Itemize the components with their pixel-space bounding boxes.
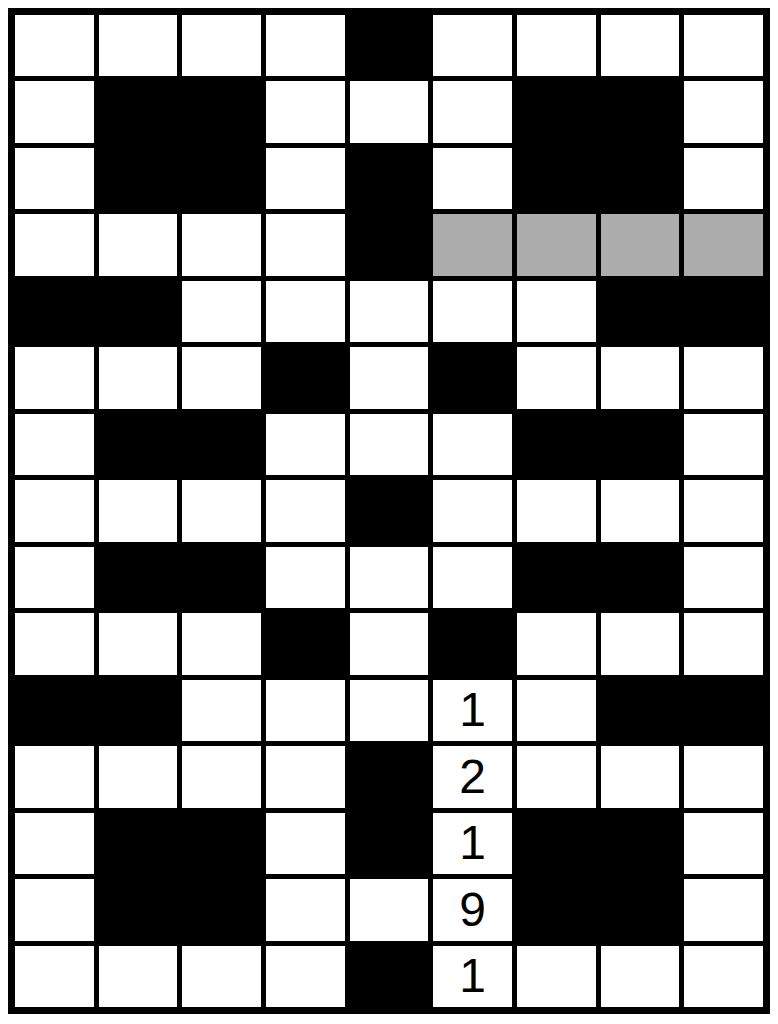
cell-r8c7[interactable]: [517, 480, 596, 541]
cell-r4c1[interactable]: [15, 214, 94, 275]
cell-r2c2: [99, 81, 178, 142]
cell-r15c7[interactable]: [517, 946, 596, 1007]
cell-r7c9[interactable]: [684, 414, 763, 475]
cell-r12c9[interactable]: [684, 746, 763, 807]
cell-r10c9[interactable]: [684, 613, 763, 674]
cell-r6c5[interactable]: [350, 347, 429, 408]
cell-r5c4[interactable]: [266, 281, 345, 342]
cell-r15c3[interactable]: [182, 946, 261, 1007]
cell-r15c8[interactable]: [601, 946, 680, 1007]
cell-r5c3[interactable]: [182, 281, 261, 342]
cell-r11c7[interactable]: [517, 680, 596, 741]
cell-r12c1[interactable]: [15, 746, 94, 807]
cell-r14c2: [99, 879, 178, 940]
cell-r3c8: [601, 148, 680, 209]
cell-r15c4[interactable]: [266, 946, 345, 1007]
cell-r13c6[interactable]: 1: [433, 813, 512, 874]
cell-r7c3: [182, 414, 261, 475]
cell-r3c2: [99, 148, 178, 209]
cell-r1c7[interactable]: [517, 15, 596, 76]
cell-r7c5[interactable]: [350, 414, 429, 475]
cell-r6c9[interactable]: [684, 347, 763, 408]
cell-r5c2: [99, 281, 178, 342]
cell-r6c4: [266, 347, 345, 408]
crossword-grid: 12191: [8, 8, 770, 1014]
cell-r6c8[interactable]: [601, 347, 680, 408]
cell-r13c2: [99, 813, 178, 874]
cell-r14c1[interactable]: [15, 879, 94, 940]
cell-r15c5: [350, 946, 429, 1007]
cell-r4c4[interactable]: [266, 214, 345, 275]
cell-r8c8[interactable]: [601, 480, 680, 541]
cell-r12c2[interactable]: [99, 746, 178, 807]
cell-r3c7: [517, 148, 596, 209]
cell-r15c1[interactable]: [15, 946, 94, 1007]
cell-r3c4[interactable]: [266, 148, 345, 209]
cell-r4c8[interactable]: [601, 214, 680, 275]
cell-r14c4[interactable]: [266, 879, 345, 940]
cell-r2c8: [601, 81, 680, 142]
cell-r5c8: [601, 281, 680, 342]
cell-r4c6[interactable]: [433, 214, 512, 275]
cell-r1c4[interactable]: [266, 15, 345, 76]
cell-r9c7: [517, 547, 596, 608]
cell-r7c4[interactable]: [266, 414, 345, 475]
cell-r3c5: [350, 148, 429, 209]
cell-r6c3[interactable]: [182, 347, 261, 408]
cell-r14c8: [601, 879, 680, 940]
cell-r4c5: [350, 214, 429, 275]
cell-r12c8[interactable]: [601, 746, 680, 807]
cell-r10c6: [433, 613, 512, 674]
cell-r7c2: [99, 414, 178, 475]
cell-r12c4[interactable]: [266, 746, 345, 807]
cell-r15c6[interactable]: 1: [433, 946, 512, 1007]
cell-r7c8: [601, 414, 680, 475]
cell-r9c4[interactable]: [266, 547, 345, 608]
cell-r9c8: [601, 547, 680, 608]
cell-r13c4[interactable]: [266, 813, 345, 874]
cell-r15c2[interactable]: [99, 946, 178, 1007]
cell-r10c8[interactable]: [601, 613, 680, 674]
cell-r13c3: [182, 813, 261, 874]
cell-r4c9[interactable]: [684, 214, 763, 275]
cell-r10c1[interactable]: [15, 613, 94, 674]
cell-r9c5[interactable]: [350, 547, 429, 608]
page: 12191: [0, 0, 778, 1024]
cell-r9c3: [182, 547, 261, 608]
cell-r11c8: [601, 680, 680, 741]
cell-r10c2[interactable]: [99, 613, 178, 674]
cell-r6c2[interactable]: [99, 347, 178, 408]
cell-r1c3[interactable]: [182, 15, 261, 76]
cell-r6c7[interactable]: [517, 347, 596, 408]
cell-r7c6[interactable]: [433, 414, 512, 475]
cell-r6c6: [433, 347, 512, 408]
cell-r13c8: [601, 813, 680, 874]
cell-r1c9[interactable]: [684, 15, 763, 76]
cell-r14c7: [517, 879, 596, 940]
cell-r10c4: [266, 613, 345, 674]
cell-r8c3[interactable]: [182, 480, 261, 541]
cell-r11c3[interactable]: [182, 680, 261, 741]
cell-r2c5[interactable]: [350, 81, 429, 142]
cell-r2c1[interactable]: [15, 81, 94, 142]
cell-r10c5[interactable]: [350, 613, 429, 674]
cell-r8c6[interactable]: [433, 480, 512, 541]
cell-r3c9[interactable]: [684, 148, 763, 209]
cell-r11c9: [684, 680, 763, 741]
cell-r11c4[interactable]: [266, 680, 345, 741]
cell-r8c9[interactable]: [684, 480, 763, 541]
cell-r14c6[interactable]: 9: [433, 879, 512, 940]
cell-r3c6[interactable]: [433, 148, 512, 209]
cell-r2c9[interactable]: [684, 81, 763, 142]
cell-r12c5: [350, 746, 429, 807]
cell-r14c5[interactable]: [350, 879, 429, 940]
cell-r1c2[interactable]: [99, 15, 178, 76]
cell-r11c5[interactable]: [350, 680, 429, 741]
cell-r2c3: [182, 81, 261, 142]
cell-r11c6[interactable]: 1: [433, 680, 512, 741]
cell-r10c3[interactable]: [182, 613, 261, 674]
cell-r10c7[interactable]: [517, 613, 596, 674]
cell-r9c9[interactable]: [684, 547, 763, 608]
cell-r13c9[interactable]: [684, 813, 763, 874]
cell-r11c2: [99, 680, 178, 741]
cell-r9c6[interactable]: [433, 547, 512, 608]
cell-r7c7: [517, 414, 596, 475]
cell-r15c9[interactable]: [684, 946, 763, 1007]
cell-r7c1[interactable]: [15, 414, 94, 475]
cell-r13c7: [517, 813, 596, 874]
cell-r13c5: [350, 813, 429, 874]
cell-r8c4[interactable]: [266, 480, 345, 541]
cell-r3c3: [182, 148, 261, 209]
cell-r8c5: [350, 480, 429, 541]
cell-r8c2[interactable]: [99, 480, 178, 541]
cell-r9c2: [99, 547, 178, 608]
cell-r11c1: [15, 680, 94, 741]
cell-r5c1: [15, 281, 94, 342]
cell-r2c6[interactable]: [433, 81, 512, 142]
cell-r9c1[interactable]: [15, 547, 94, 608]
cell-r14c3: [182, 879, 261, 940]
cell-r4c7[interactable]: [517, 214, 596, 275]
cell-r6c1[interactable]: [15, 347, 94, 408]
cell-r8c1[interactable]: [15, 480, 94, 541]
cell-r14c9[interactable]: [684, 879, 763, 940]
cell-r13c1[interactable]: [15, 813, 94, 874]
cell-r3c1[interactable]: [15, 148, 94, 209]
cell-r5c6[interactable]: [433, 281, 512, 342]
cell-r12c3[interactable]: [182, 746, 261, 807]
cell-r5c9: [684, 281, 763, 342]
cell-r1c1[interactable]: [15, 15, 94, 76]
cell-r12c7[interactable]: [517, 746, 596, 807]
cell-r5c5[interactable]: [350, 281, 429, 342]
cell-r5c7[interactable]: [517, 281, 596, 342]
cell-r4c2[interactable]: [99, 214, 178, 275]
cell-r2c7: [517, 81, 596, 142]
cell-r2c4[interactable]: [266, 81, 345, 142]
cell-r1c8[interactable]: [601, 15, 680, 76]
cell-r1c5: [350, 15, 429, 76]
cell-r1c6[interactable]: [433, 15, 512, 76]
cell-r4c3[interactable]: [182, 214, 261, 275]
cell-r12c6[interactable]: 2: [433, 746, 512, 807]
